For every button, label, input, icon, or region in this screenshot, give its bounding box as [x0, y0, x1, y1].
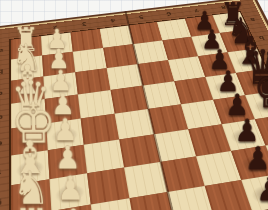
square-h6 — [205, 180, 253, 210]
file-label-g: g — [0, 186, 6, 210]
piece-shadow — [53, 153, 82, 173]
piece-shadow — [45, 38, 69, 52]
square-b4 — [103, 44, 137, 68]
piece-shadow — [252, 98, 268, 115]
board-frame: ♜♟♟♜♞♟♟♞♝♟♟♝♛♟♟♛♚♟♟♚♝♟♟♝♞♟♟♞♜♟♟♜ 1122334… — [0, 0, 268, 210]
piece-shadow — [16, 159, 45, 180]
rank-label-6: 6 — [154, 10, 183, 18]
square-e5 — [148, 104, 188, 134]
square-d1: ♛ — [11, 99, 46, 128]
piece-shadow — [211, 79, 240, 95]
chess-set-photo: ♜♟♟♜♞♟♟♞♝♟♟♝♛♟♟♛♚♟♟♚♝♟♟♝♞♟♟♞♜♟♟♜ 1122334… — [0, 0, 268, 210]
piece-shadow — [233, 54, 261, 69]
piece-shadow — [249, 183, 268, 206]
piece-white-pawn: ♟ — [46, 91, 81, 118]
piece-shadow — [204, 58, 231, 73]
square-c1: ♝ — [11, 76, 45, 103]
piece-black-bishop: ♝ — [263, 100, 268, 140]
square-h2: ♟ — [51, 205, 94, 210]
square-d3 — [78, 90, 115, 119]
board-outer-trim: ♜♟♟♜♞♟♟♞♝♟♟♝♛♟♟♛♚♟♟♚♝♟♟♝♞♟♟♞♜♟♟♜ 1122334… — [0, 0, 268, 210]
square-b3 — [73, 48, 107, 72]
piece-shadow — [15, 42, 39, 56]
piece-black-rook: ♜ — [218, 1, 247, 30]
file-label-f: f — [0, 156, 7, 188]
square-c2: ♟ — [43, 72, 77, 99]
rank-label-7: 7 — [182, 6, 211, 14]
file-label-d: d — [0, 104, 7, 131]
piece-shadow — [218, 17, 243, 30]
file-label-c: c — [0, 81, 7, 106]
square-b8: ♞ — [220, 30, 257, 53]
piece-shadow — [228, 127, 259, 146]
chess-board: ♜♟♟♜♞♟♟♞♝♟♟♝♛♟♟♛♚♟♟♚♝♟♟♝♞♟♟♞♜♟♟♜ 1122334… — [0, 0, 268, 210]
square-c3 — [75, 68, 110, 94]
piece-shadow — [16, 189, 46, 210]
piece-shadow — [55, 183, 86, 205]
piece-shadow — [225, 35, 251, 49]
square-f2: ♟ — [48, 145, 87, 179]
file-label-b: b — [0, 60, 7, 83]
square-f1: ♝ — [11, 150, 49, 185]
rank-label-4: 4 — [98, 16, 127, 24]
piece-white-rook: ♜ — [11, 25, 42, 55]
file-label-a: a — [0, 40, 7, 61]
piece-shadow — [190, 21, 215, 34]
piece-shadow — [48, 79, 74, 95]
square-e1: ♚ — [11, 124, 48, 156]
piece-shadow — [49, 102, 76, 119]
square-g2: ♟ — [50, 173, 91, 210]
piece-shadow — [15, 106, 42, 124]
rank-label-2: 2 — [40, 23, 70, 31]
piece-black-pawn: ♟ — [250, 174, 268, 205]
piece-shadow — [15, 83, 41, 99]
piece-shadow — [238, 154, 268, 175]
piece-white-pawn: ♟ — [42, 27, 73, 51]
square-d4 — [110, 86, 148, 114]
square-h3 — [91, 198, 136, 210]
piece-shadow — [51, 126, 79, 145]
board-squares: ♜♟♟♜♞♟♟♞♝♟♟♝♛♟♟♛♚♟♟♚♝♟♟♝♞♟♟♞♜♟♟♜ — [11, 12, 268, 210]
rank-label-3: 3 — [69, 20, 99, 28]
piece-white-knight: ♞ — [11, 168, 51, 210]
piece-shadow — [219, 102, 249, 119]
file-label-e: e — [0, 129, 7, 158]
square-e4 — [115, 109, 154, 140]
piece-shadow — [242, 75, 268, 91]
piece-shadow — [197, 39, 223, 53]
square-c4 — [107, 64, 143, 90]
square-a8: ♜ — [213, 12, 248, 33]
rank-label-1: 1 — [11, 27, 41, 36]
piece-shadow — [46, 58, 71, 73]
square-e2: ♟ — [46, 119, 84, 151]
square-g3 — [87, 168, 129, 205]
rank-label-8: 8 — [209, 3, 238, 11]
piece-shadow — [262, 122, 268, 141]
square-d2: ♟ — [45, 95, 81, 124]
square-d5 — [143, 81, 181, 109]
piece-shadow — [15, 62, 40, 77]
piece-shadow — [15, 131, 43, 150]
rank-label-5: 5 — [126, 13, 155, 21]
piece-white-pawn: ♟ — [51, 173, 90, 204]
